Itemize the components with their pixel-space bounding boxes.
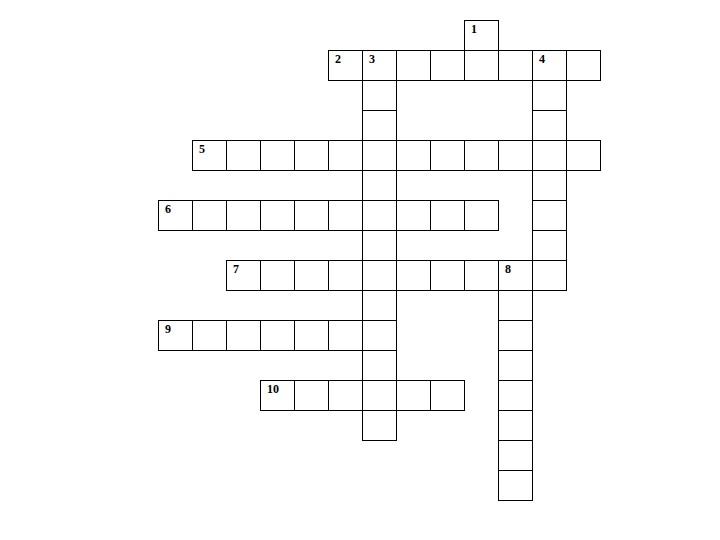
crossword-cell[interactable] <box>532 80 567 111</box>
crossword-cell[interactable] <box>260 260 295 291</box>
crossword-cell[interactable] <box>362 80 397 111</box>
crossword-cell[interactable] <box>464 50 499 81</box>
crossword-cell[interactable] <box>498 410 533 441</box>
crossword-cell[interactable] <box>328 50 363 81</box>
crossword-cell[interactable] <box>498 440 533 471</box>
crossword-cell[interactable] <box>464 260 499 291</box>
crossword-cell[interactable] <box>532 50 567 81</box>
crossword-cell[interactable] <box>532 200 567 231</box>
crossword-cell[interactable] <box>362 350 397 381</box>
crossword-cell[interactable] <box>362 50 397 81</box>
crossword-cell[interactable] <box>192 320 227 351</box>
crossword-cell[interactable] <box>498 290 533 321</box>
crossword-cell[interactable] <box>192 200 227 231</box>
crossword-cell[interactable] <box>294 380 329 411</box>
crossword-cell[interactable] <box>294 320 329 351</box>
crossword-cell[interactable] <box>362 170 397 201</box>
crossword-cell[interactable] <box>328 380 363 411</box>
crossword-board: 12345678910 <box>0 0 720 540</box>
crossword-cell[interactable] <box>430 200 465 231</box>
crossword-cell[interactable] <box>362 230 397 261</box>
crossword-cell[interactable] <box>362 140 397 171</box>
crossword-cell[interactable] <box>328 320 363 351</box>
crossword-cell[interactable] <box>532 170 567 201</box>
crossword-cell[interactable] <box>498 140 533 171</box>
crossword-cell[interactable] <box>396 260 431 291</box>
crossword-cell[interactable] <box>498 320 533 351</box>
crossword-cell[interactable] <box>396 380 431 411</box>
crossword-cell[interactable] <box>362 200 397 231</box>
crossword-cell[interactable] <box>192 140 227 171</box>
crossword-cell[interactable] <box>396 200 431 231</box>
crossword-cell[interactable] <box>362 110 397 141</box>
crossword-cell[interactable] <box>532 260 567 291</box>
crossword-cell[interactable] <box>498 470 533 501</box>
crossword-cell[interactable] <box>566 140 601 171</box>
crossword-cell[interactable] <box>226 320 261 351</box>
crossword-cell[interactable] <box>158 320 193 351</box>
crossword-cell[interactable] <box>532 230 567 261</box>
crossword-cell[interactable] <box>464 140 499 171</box>
crossword-page: 12345678910 <box>0 0 720 540</box>
crossword-cell[interactable] <box>362 260 397 291</box>
crossword-cell[interactable] <box>464 20 499 51</box>
crossword-cell[interactable] <box>498 350 533 381</box>
crossword-cell[interactable] <box>362 320 397 351</box>
crossword-cell[interactable] <box>260 320 295 351</box>
crossword-cell[interactable] <box>498 380 533 411</box>
crossword-cell[interactable] <box>362 290 397 321</box>
crossword-cell[interactable] <box>430 380 465 411</box>
crossword-cell[interactable] <box>498 50 533 81</box>
crossword-cell[interactable] <box>158 200 193 231</box>
crossword-cell[interactable] <box>498 260 533 291</box>
crossword-cell[interactable] <box>430 50 465 81</box>
crossword-cell[interactable] <box>396 140 431 171</box>
crossword-cell[interactable] <box>328 140 363 171</box>
crossword-cell[interactable] <box>294 140 329 171</box>
crossword-cell[interactable] <box>362 410 397 441</box>
crossword-cell[interactable] <box>294 200 329 231</box>
crossword-cell[interactable] <box>226 260 261 291</box>
crossword-cell[interactable] <box>226 140 261 171</box>
crossword-cell[interactable] <box>532 110 567 141</box>
crossword-cell[interactable] <box>362 380 397 411</box>
crossword-cell[interactable] <box>328 200 363 231</box>
crossword-cell[interactable] <box>396 50 431 81</box>
crossword-cell[interactable] <box>260 140 295 171</box>
crossword-cell[interactable] <box>328 260 363 291</box>
crossword-cell[interactable] <box>464 200 499 231</box>
crossword-cell[interactable] <box>430 140 465 171</box>
crossword-cell[interactable] <box>260 200 295 231</box>
crossword-cell[interactable] <box>226 200 261 231</box>
crossword-cell[interactable] <box>532 140 567 171</box>
crossword-cell[interactable] <box>260 380 295 411</box>
crossword-cell[interactable] <box>294 260 329 291</box>
crossword-cell[interactable] <box>566 50 601 81</box>
crossword-cell[interactable] <box>430 260 465 291</box>
